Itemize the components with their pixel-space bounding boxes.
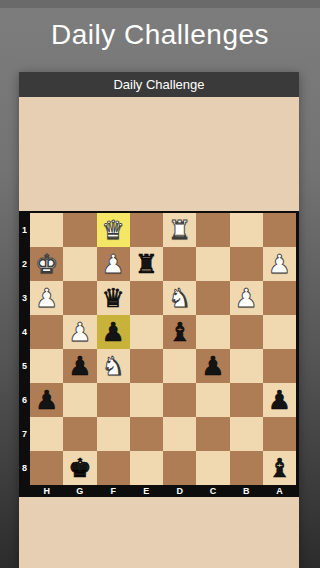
square-f8[interactable] <box>97 451 130 485</box>
board-grid: ♛♜♚♟♜♟♟♛♞♟♟♟♝♟♞♟♟♟♚♝ <box>30 213 296 485</box>
piece-bP-c5[interactable]: ♟ <box>201 353 224 379</box>
square-b1[interactable] <box>230 213 263 247</box>
square-e3[interactable] <box>130 281 163 315</box>
square-a5[interactable] <box>263 349 296 383</box>
file-label-a: A <box>263 485 296 497</box>
rank-label-3: 3 <box>19 281 30 315</box>
piece-bB-d4[interactable]: ♝ <box>168 319 191 345</box>
rank-label-1: 1 <box>19 213 30 247</box>
square-d8[interactable] <box>163 451 196 485</box>
square-c6[interactable] <box>196 383 229 417</box>
card-top-panel <box>19 97 299 211</box>
square-a3[interactable] <box>263 281 296 315</box>
square-a8[interactable]: ♝ <box>263 451 296 485</box>
file-label-d: D <box>163 485 196 497</box>
card-bottom-panel <box>19 497 299 568</box>
square-d7[interactable] <box>163 417 196 451</box>
file-labels: HGFEDCBA <box>19 485 299 497</box>
daily-challenge-card: Daily Challenge 12345678 ♛♜♚♟♜♟♟♛♞♟♟♟♝♟♞… <box>19 72 299 568</box>
piece-bK-g8[interactable]: ♚ <box>68 455 91 481</box>
square-h4[interactable] <box>30 315 63 349</box>
square-h2[interactable]: ♚ <box>30 247 63 281</box>
square-e1[interactable] <box>130 213 163 247</box>
square-g1[interactable] <box>63 213 96 247</box>
file-label-g: G <box>63 485 96 497</box>
piece-bP-h6[interactable]: ♟ <box>35 387 58 413</box>
square-b8[interactable] <box>230 451 263 485</box>
card-header[interactable]: Daily Challenge <box>19 72 299 97</box>
square-h6[interactable]: ♟ <box>30 383 63 417</box>
piece-wK-h2[interactable]: ♚ <box>35 251 58 277</box>
square-b4[interactable] <box>230 315 263 349</box>
square-f6[interactable] <box>97 383 130 417</box>
rank-label-2: 2 <box>19 247 30 281</box>
rank-label-4: 4 <box>19 315 30 349</box>
piece-wP-b3[interactable]: ♟ <box>234 285 257 311</box>
piece-bP-f4[interactable]: ♟ <box>101 319 124 345</box>
piece-bR-e2[interactable]: ♜ <box>135 251 158 277</box>
piece-wQ-f1[interactable]: ♛ <box>101 217 124 243</box>
square-f1[interactable]: ♛ <box>97 213 130 247</box>
square-a7[interactable] <box>263 417 296 451</box>
square-c7[interactable] <box>196 417 229 451</box>
square-b5[interactable] <box>230 349 263 383</box>
square-d6[interactable] <box>163 383 196 417</box>
square-e6[interactable] <box>130 383 163 417</box>
square-a1[interactable] <box>263 213 296 247</box>
piece-bB-a8[interactable]: ♝ <box>268 455 291 481</box>
square-b3[interactable]: ♟ <box>230 281 263 315</box>
file-label-e: E <box>130 485 163 497</box>
square-c5[interactable]: ♟ <box>196 349 229 383</box>
file-label-b: B <box>230 485 263 497</box>
piece-wR-d1[interactable]: ♜ <box>168 217 191 243</box>
piece-wP-f2[interactable]: ♟ <box>101 251 124 277</box>
square-c1[interactable] <box>196 213 229 247</box>
square-g3[interactable] <box>63 281 96 315</box>
square-f5[interactable]: ♞ <box>97 349 130 383</box>
square-b2[interactable] <box>230 247 263 281</box>
chess-board: 12345678 ♛♜♚♟♜♟♟♛♞♟♟♟♝♟♞♟♟♟♚♝ HGFEDCBA <box>19 211 299 497</box>
square-e5[interactable] <box>130 349 163 383</box>
square-g2[interactable] <box>63 247 96 281</box>
square-e2[interactable]: ♜ <box>130 247 163 281</box>
square-c8[interactable] <box>196 451 229 485</box>
file-label-h: H <box>30 485 63 497</box>
square-e8[interactable] <box>130 451 163 485</box>
piece-wP-a2[interactable]: ♟ <box>268 251 291 277</box>
rank-label-6: 6 <box>19 383 30 417</box>
square-h5[interactable] <box>30 349 63 383</box>
square-h1[interactable] <box>30 213 63 247</box>
square-f3[interactable]: ♛ <box>97 281 130 315</box>
status-bar-area <box>0 0 320 8</box>
square-h7[interactable] <box>30 417 63 451</box>
square-b6[interactable] <box>230 383 263 417</box>
square-d2[interactable] <box>163 247 196 281</box>
rank-labels: 12345678 <box>19 213 30 485</box>
square-g8[interactable]: ♚ <box>63 451 96 485</box>
square-c4[interactable] <box>196 315 229 349</box>
page-title: Daily Challenges <box>0 19 320 51</box>
square-e4[interactable] <box>130 315 163 349</box>
square-h3[interactable]: ♟ <box>30 281 63 315</box>
square-g7[interactable] <box>63 417 96 451</box>
square-a2[interactable]: ♟ <box>263 247 296 281</box>
square-a4[interactable] <box>263 315 296 349</box>
square-e7[interactable] <box>130 417 163 451</box>
file-label-c: C <box>196 485 229 497</box>
square-h8[interactable] <box>30 451 63 485</box>
piece-wN-d3[interactable]: ♞ <box>168 285 191 311</box>
piece-bP-a6[interactable]: ♟ <box>268 387 291 413</box>
square-f4[interactable]: ♟ <box>97 315 130 349</box>
rank-label-8: 8 <box>19 451 30 485</box>
piece-bP-g5[interactable]: ♟ <box>68 353 91 379</box>
square-g4[interactable]: ♟ <box>63 315 96 349</box>
rank-label-7: 7 <box>19 417 30 451</box>
piece-bQ-f3[interactable]: ♛ <box>101 285 124 311</box>
square-d1[interactable]: ♜ <box>163 213 196 247</box>
rank-label-5: 5 <box>19 349 30 383</box>
piece-wN-f5[interactable]: ♞ <box>101 353 124 379</box>
square-f2[interactable]: ♟ <box>97 247 130 281</box>
piece-wP-h3[interactable]: ♟ <box>35 285 58 311</box>
square-b7[interactable] <box>230 417 263 451</box>
square-g5[interactable]: ♟ <box>63 349 96 383</box>
square-c3[interactable] <box>196 281 229 315</box>
square-d4[interactable]: ♝ <box>163 315 196 349</box>
square-f7[interactable] <box>97 417 130 451</box>
piece-wP-g4[interactable]: ♟ <box>68 319 91 345</box>
square-c2[interactable] <box>196 247 229 281</box>
square-g6[interactable] <box>63 383 96 417</box>
file-label-f: F <box>97 485 130 497</box>
square-d3[interactable]: ♞ <box>163 281 196 315</box>
square-d5[interactable] <box>163 349 196 383</box>
square-a6[interactable]: ♟ <box>263 383 296 417</box>
